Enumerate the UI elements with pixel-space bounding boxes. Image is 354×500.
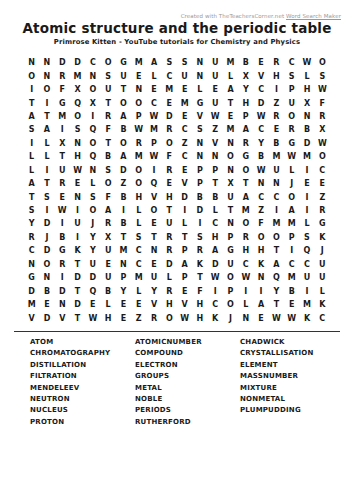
grid-cell: W — [284, 150, 299, 163]
grid-cell: V — [55, 311, 70, 324]
grid-cell: B — [116, 190, 131, 203]
word-list-item: ELECTRON — [135, 361, 240, 369]
grid-cell: U — [223, 258, 238, 271]
word-list-item: MASSNUMBER — [240, 372, 354, 380]
grid-cell: U — [315, 271, 330, 284]
grid-cell: F — [162, 150, 177, 163]
grid-cell: E — [146, 258, 161, 271]
grid-cell: M — [131, 56, 146, 69]
grid-cell: R — [192, 244, 207, 257]
grid-cell: A — [238, 123, 253, 136]
grid-cell: C — [299, 258, 314, 271]
grid-cell: A — [223, 83, 238, 96]
grid-cell: M — [177, 96, 192, 109]
grid-cell: W — [253, 164, 268, 177]
grid-cell: D — [70, 56, 85, 69]
grid-cell: W — [299, 56, 314, 69]
grid-cell: H — [131, 190, 146, 203]
word-list-item: COMPOUND — [135, 349, 240, 357]
grid-cell: T — [39, 110, 54, 123]
grid-cell: N — [208, 150, 223, 163]
grid-cell: W — [238, 271, 253, 284]
grid-cell: R — [238, 231, 253, 244]
grid-cell: I — [284, 244, 299, 257]
grid-cell: T — [100, 96, 115, 109]
grid-cell: D — [208, 258, 223, 271]
grid-cell: B — [269, 137, 284, 150]
grid-cell: T — [238, 177, 253, 190]
grid-cell: Q — [299, 244, 314, 257]
grid-cell: O — [253, 231, 268, 244]
grid-cell: P — [284, 83, 299, 96]
grid-cell: L — [85, 177, 100, 190]
grid-cell: O — [39, 83, 54, 96]
grid-cell: L — [284, 164, 299, 177]
grid-cell: D — [55, 284, 70, 297]
grid-cell: G — [55, 96, 70, 109]
grid-cell: S — [24, 204, 39, 217]
grid-cell: D — [39, 311, 54, 324]
grid-cell: D — [55, 56, 70, 69]
grid-cell: P — [208, 164, 223, 177]
grid-cell: P — [116, 271, 131, 284]
word-list-item: RUTHERFORD — [135, 418, 240, 426]
grid-cell: B — [39, 284, 54, 297]
page-title: Atomic structure and the periodic table — [0, 20, 354, 36]
grid-cell: N — [70, 137, 85, 150]
grid-cell: L — [39, 137, 54, 150]
grid-cell: W — [131, 123, 146, 136]
grid-cell: R — [162, 231, 177, 244]
grid-cell: G — [24, 271, 39, 284]
grid-cell: M — [284, 271, 299, 284]
grid-cell: I — [192, 217, 207, 230]
grid-cell: L — [208, 204, 223, 217]
grid-cell: E — [131, 298, 146, 311]
grid-cell: S — [284, 69, 299, 82]
grid-cell: H — [162, 298, 177, 311]
grid-cell: A — [146, 56, 161, 69]
grid-cell: B — [100, 150, 115, 163]
grid-cell: T — [192, 271, 207, 284]
grid-cell: I — [39, 204, 54, 217]
grid-cell: L — [131, 217, 146, 230]
grid-cell: F — [192, 284, 207, 297]
grid-cell: O — [284, 190, 299, 203]
grid-cell: U — [269, 164, 284, 177]
grid-cell: F — [55, 83, 70, 96]
grid-cell: I — [269, 83, 284, 96]
grid-cell: D — [39, 244, 54, 257]
grid-cell: T — [70, 258, 85, 271]
grid-cell: I — [39, 96, 54, 109]
grid-cell: L — [162, 271, 177, 284]
grid-cell: N — [39, 69, 54, 82]
grid-cell: R — [162, 123, 177, 136]
grid-cell: W — [208, 271, 223, 284]
grid-cell: U — [146, 271, 161, 284]
word-list-item: CHROMATOGRAPHY — [30, 349, 135, 357]
grid-cell: M — [24, 298, 39, 311]
grid-cell: E — [177, 83, 192, 96]
word-list: ATOMATOMICNUMBERCHADWICKCHROMATOGRAPHYCO… — [30, 338, 354, 426]
grid-cell: T — [116, 231, 131, 244]
grid-cell: T — [70, 284, 85, 297]
grid-cell: E — [269, 123, 284, 136]
grid-cell: C — [253, 83, 268, 96]
grid-cell: T — [24, 190, 39, 203]
page-subtitle: Primrose Kitten - YouTube tutorials for … — [0, 38, 354, 46]
grid-cell: E — [55, 190, 70, 203]
grid-cell: C — [177, 150, 192, 163]
grid-cell: G — [238, 150, 253, 163]
grid-cell: J — [284, 177, 299, 190]
word-list-item: ATOM — [30, 338, 135, 346]
grid-cell: N — [24, 258, 39, 271]
grid-cell: Y — [146, 284, 161, 297]
word-list-item: PLUMPUDDING — [240, 406, 354, 414]
grid-cell: C — [284, 258, 299, 271]
grid-cell: W — [146, 110, 161, 123]
grid-cell: R — [315, 204, 330, 217]
grid-cell: R — [100, 217, 115, 230]
grid-cell: B — [208, 190, 223, 203]
grid-cell: O — [238, 164, 253, 177]
grid-cell: Z — [131, 311, 146, 324]
grid-cell: T — [269, 298, 284, 311]
grid-cell: X — [299, 96, 314, 109]
grid-cell: O — [100, 177, 115, 190]
grid-cell: J — [85, 217, 100, 230]
grid-cell: C — [131, 258, 146, 271]
grid-cell: M — [116, 244, 131, 257]
grid-cell: E — [146, 217, 161, 230]
grid-cell: D — [299, 137, 314, 150]
grid-cell: P — [223, 284, 238, 297]
grid-cell: L — [24, 150, 39, 163]
grid-cell: P — [177, 244, 192, 257]
grid-cell: V — [146, 298, 161, 311]
grid-cell: R — [55, 177, 70, 190]
grid-cell: C — [24, 244, 39, 257]
grid-cell: N — [85, 164, 100, 177]
grid-cell: L — [238, 298, 253, 311]
grid-cell: N — [253, 177, 268, 190]
grid-cell: A — [269, 258, 284, 271]
grid-cell: H — [192, 298, 207, 311]
grid-cell: U — [284, 96, 299, 109]
grid-cell: R — [238, 137, 253, 150]
grid-cell: I — [24, 83, 39, 96]
grid-cell: Q — [85, 284, 100, 297]
grid-cell: D — [162, 258, 177, 271]
grid-cell: I — [55, 123, 70, 136]
grid-cell: I — [70, 231, 85, 244]
grid-cell: E — [70, 177, 85, 190]
grid-cell: S — [24, 123, 39, 136]
credit-link[interactable]: Word Search Maker — [286, 13, 341, 19]
grid-cell: G — [55, 244, 70, 257]
grid-cell: M — [299, 150, 314, 163]
grid-cell: O — [116, 96, 131, 109]
grid-cell: O — [284, 110, 299, 123]
grid-cell: I — [269, 204, 284, 217]
grid-cell: I — [70, 204, 85, 217]
grid-cell: H — [100, 311, 115, 324]
grid-cell: T — [223, 96, 238, 109]
grid-cell: K — [299, 311, 314, 324]
grid-cell: U — [315, 258, 330, 271]
grid-cell: U — [100, 83, 115, 96]
grid-cell: E — [177, 110, 192, 123]
word-list-item: NUCLEUS — [30, 406, 135, 414]
grid-cell: R — [269, 110, 284, 123]
grid-cell: M — [162, 83, 177, 96]
grid-cell: T — [223, 204, 238, 217]
grid-cell: U — [70, 217, 85, 230]
grid-cell: R — [55, 69, 70, 82]
grid-cell: I — [146, 164, 161, 177]
grid-cell: O — [70, 110, 85, 123]
grid-cell: R — [315, 110, 330, 123]
grid-cell: V — [208, 137, 223, 150]
grid-cell: N — [39, 56, 54, 69]
grid-cell: N — [223, 137, 238, 150]
grid-cell: N — [192, 137, 207, 150]
grid-cell: Z — [269, 96, 284, 109]
word-list-item: PROTON — [30, 418, 135, 426]
grid-cell: N — [223, 217, 238, 230]
grid-cell: N — [192, 56, 207, 69]
grid-cell: W — [177, 311, 192, 324]
grid-cell: I — [116, 204, 131, 217]
grid-cell: T — [55, 150, 70, 163]
grid-cell: Q — [70, 96, 85, 109]
grid-cell: S — [192, 231, 207, 244]
grid-cell: E — [284, 298, 299, 311]
grid-cell: U — [116, 69, 131, 82]
grid-cell: S — [162, 56, 177, 69]
grid-cell: S — [315, 69, 330, 82]
grid-cell: K — [315, 298, 330, 311]
grid-cell: X — [315, 123, 330, 136]
grid-cell: A — [177, 258, 192, 271]
grid-cell: F — [315, 96, 330, 109]
grid-cell: S — [39, 190, 54, 203]
word-list-item: DISTILLATION — [30, 361, 135, 369]
grid-cell: N — [299, 110, 314, 123]
grid-cell: L — [223, 69, 238, 82]
divider-line — [14, 331, 340, 332]
grid-cell: J — [39, 231, 54, 244]
grid-cell: H — [253, 244, 268, 257]
grid-cell: O — [146, 204, 161, 217]
grid-cell: C — [315, 311, 330, 324]
grid-cell: I — [299, 204, 314, 217]
grid-cell: V — [146, 190, 161, 203]
grid-cell: D — [116, 164, 131, 177]
grid-cell: W — [315, 83, 330, 96]
grid-cell: P — [284, 231, 299, 244]
word-list-item: CRYSTALLISATION — [240, 349, 354, 357]
grid-cell: U — [208, 56, 223, 69]
word-list-item: PERIODS — [135, 406, 240, 414]
grid-cell: V — [253, 69, 268, 82]
grid-cell: B — [116, 217, 131, 230]
grid-cell: T — [39, 177, 54, 190]
grid-cell: D — [70, 271, 85, 284]
grid-cell: B — [238, 56, 253, 69]
grid-cell: D — [70, 298, 85, 311]
grid-cell: H — [238, 244, 253, 257]
grid-cell: I — [299, 164, 314, 177]
word-list-item: GROUPS — [135, 372, 240, 380]
letter-grid: NNDDCOGMASSNUMBERCWOONRMNSUELCUNULXVHSLS… — [24, 56, 330, 325]
word-list-item: FILTRATION — [30, 372, 135, 380]
grid-cell: N — [223, 164, 238, 177]
grid-cell: D — [85, 271, 100, 284]
grid-cell: J — [223, 311, 238, 324]
grid-cell: C — [253, 190, 268, 203]
grid-cell: U — [85, 258, 100, 271]
grid-cell: O — [162, 311, 177, 324]
grid-cell: K — [70, 244, 85, 257]
grid-cell: Q — [269, 271, 284, 284]
grid-cell: Y — [269, 284, 284, 297]
grid-cell: X — [55, 137, 70, 150]
grid-cell: G — [223, 244, 238, 257]
grid-cell: L — [146, 69, 161, 82]
grid-cell: W — [284, 311, 299, 324]
grid-cell: W — [315, 137, 330, 150]
grid-cell: M — [269, 150, 284, 163]
grid-cell: L — [299, 69, 314, 82]
grid-cell: W — [253, 110, 268, 123]
grid-cell: O — [100, 56, 115, 69]
grid-cell: I — [55, 217, 70, 230]
grid-cell: L — [315, 284, 330, 297]
grid-cell: Z — [315, 190, 330, 203]
grid-cell: Y — [116, 284, 131, 297]
grid-cell: E — [162, 96, 177, 109]
grid-cell: O — [85, 204, 100, 217]
grid-cell: B — [253, 150, 268, 163]
grid-cell: O — [162, 137, 177, 150]
grid-cell: Q — [85, 123, 100, 136]
grid-cell: E — [116, 298, 131, 311]
grid-cell: A — [39, 123, 54, 136]
grid-cell: H — [70, 150, 85, 163]
grid-cell: X — [100, 231, 115, 244]
grid-cell: I — [55, 271, 70, 284]
grid-cell: R — [100, 110, 115, 123]
grid-cell: C — [238, 258, 253, 271]
grid-cell: L — [177, 217, 192, 230]
grid-cell: U — [55, 164, 70, 177]
grid-cell: E — [253, 56, 268, 69]
grid-cell: T — [269, 244, 284, 257]
grid-cell: C — [253, 123, 268, 136]
grid-cell: C — [208, 217, 223, 230]
grid-cell: A — [238, 190, 253, 203]
grid-cell: U — [208, 69, 223, 82]
grid-cell: O — [131, 96, 146, 109]
grid-cell: O — [223, 298, 238, 311]
grid-cell: S — [299, 231, 314, 244]
grid-cell: P — [177, 271, 192, 284]
grid-cell: C — [177, 123, 192, 136]
grid-cell: S — [131, 231, 146, 244]
grid-cell: L — [100, 298, 115, 311]
grid-cell: O — [238, 217, 253, 230]
grid-cell: R — [131, 137, 146, 150]
grid-cell: K — [315, 231, 330, 244]
grid-cell: M — [131, 150, 146, 163]
grid-cell: E — [39, 298, 54, 311]
grid-cell: L — [131, 204, 146, 217]
grid-cell: U — [177, 69, 192, 82]
grid-cell: E — [162, 177, 177, 190]
word-search-page: Created with TheTeachersCorner.net Word … — [0, 0, 354, 500]
grid-cell: F — [253, 217, 268, 230]
grid-cell: M — [223, 56, 238, 69]
grid-cell: H — [208, 231, 223, 244]
grid-cell: D — [24, 284, 39, 297]
grid-cell: V — [177, 298, 192, 311]
grid-cell: I — [24, 137, 39, 150]
grid-cell: N — [192, 69, 207, 82]
grid-cell: M — [269, 217, 284, 230]
grid-cell: C — [85, 56, 100, 69]
grid-cell: V — [192, 110, 207, 123]
grid-cell: I — [85, 110, 100, 123]
grid-cell: I — [208, 284, 223, 297]
grid-cell: C — [284, 56, 299, 69]
grid-cell: H — [238, 96, 253, 109]
grid-cell: E — [315, 177, 330, 190]
word-list-item: NOBLE — [135, 395, 240, 403]
grid-cell: D — [177, 190, 192, 203]
grid-cell: C — [315, 164, 330, 177]
grid-cell: O — [315, 56, 330, 69]
grid-cell: A — [100, 204, 115, 217]
grid-cell: V — [24, 311, 39, 324]
grid-cell: O — [223, 271, 238, 284]
grid-cell: Y — [253, 137, 268, 150]
grid-cell: D — [253, 96, 268, 109]
grid-cell: E — [253, 311, 268, 324]
grid-cell: G — [284, 137, 299, 150]
grid-cell: M — [238, 204, 253, 217]
grid-cell: T — [146, 231, 161, 244]
grid-cell: N — [55, 298, 70, 311]
grid-cell: T — [100, 137, 115, 150]
grid-cell: U — [162, 217, 177, 230]
grid-cell: S — [192, 123, 207, 136]
grid-cell: A — [208, 244, 223, 257]
grid-cell: B — [192, 190, 207, 203]
grid-cell: H — [269, 69, 284, 82]
grid-cell: P — [192, 164, 207, 177]
grid-cell: M — [223, 123, 238, 136]
grid-cell: R — [55, 258, 70, 271]
grid-cell: Z — [116, 177, 131, 190]
grid-cell: M — [131, 271, 146, 284]
grid-cell: Y — [238, 83, 253, 96]
grid-cell: P — [223, 231, 238, 244]
grid-cell: L — [299, 217, 314, 230]
grid-cell: B — [116, 123, 131, 136]
